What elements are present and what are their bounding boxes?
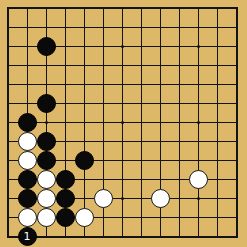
- board-cell: [56, 170, 75, 189]
- board-cell: [37, 94, 56, 113]
- black-stone: [56, 189, 75, 208]
- board-cell: [94, 189, 113, 208]
- black-stone: [18, 170, 37, 189]
- white-stone: [18, 151, 37, 170]
- board-cell: 1: [18, 227, 37, 246]
- white-stone: [94, 189, 113, 208]
- move-number-label: 1: [24, 231, 31, 242]
- board-cell: [151, 189, 170, 208]
- board-cell: [18, 208, 37, 227]
- board-cell: [189, 170, 208, 189]
- black-stone: [37, 151, 56, 170]
- board-intersections[interactable]: 1: [0, 0, 246, 246]
- white-stone: [18, 132, 37, 151]
- black-stone: [56, 170, 75, 189]
- board-cell: [56, 208, 75, 227]
- board-cell: [18, 189, 37, 208]
- board-cell: [37, 37, 56, 56]
- white-stone: [37, 170, 56, 189]
- board-cell: [18, 113, 37, 132]
- board-cell: [75, 151, 94, 170]
- go-board: 1: [0, 0, 247, 247]
- black-stone: [56, 208, 75, 227]
- board-cell: [37, 189, 56, 208]
- black-stone: 1: [18, 227, 37, 246]
- white-stone: [151, 189, 170, 208]
- board-cell: [75, 208, 94, 227]
- board-cell: [18, 132, 37, 151]
- black-stone: [75, 151, 94, 170]
- board-cell: [56, 189, 75, 208]
- board-cell: [37, 132, 56, 151]
- board-cell: [37, 208, 56, 227]
- white-stone: [75, 208, 94, 227]
- board-cell: [37, 170, 56, 189]
- board-cell: [18, 170, 37, 189]
- board-cell: [37, 151, 56, 170]
- white-stone: [189, 170, 208, 189]
- white-stone: [37, 208, 56, 227]
- black-stone: [37, 94, 56, 113]
- black-stone: [18, 189, 37, 208]
- white-stone: [18, 208, 37, 227]
- black-stone: [37, 132, 56, 151]
- board-cell: [18, 151, 37, 170]
- black-stone: [18, 113, 37, 132]
- black-stone: [37, 37, 56, 56]
- white-stone: [37, 189, 56, 208]
